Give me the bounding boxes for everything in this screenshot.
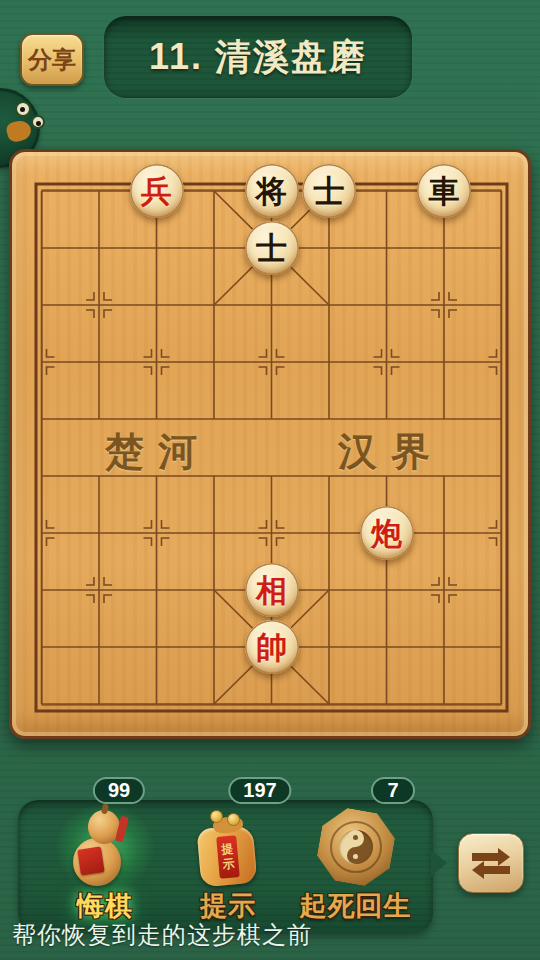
revive-button[interactable]: 起死回生: [288, 808, 423, 924]
hint-count-badge: 197: [228, 777, 291, 804]
revive-count-badge: 7: [371, 777, 415, 804]
piece-black-advisor[interactable]: 士: [302, 164, 356, 218]
level-title: 11. 清溪盘磨: [149, 33, 367, 82]
undo-count-badge: 99: [93, 777, 145, 804]
undo-button[interactable]: 悔棋: [45, 808, 165, 924]
river-label-chu: 楚河: [78, 425, 238, 479]
hint-button[interactable]: 提示 提示: [168, 808, 288, 924]
xiangqi-board[interactable]: 楚河 汉界 兵将士車士炮相帥: [9, 149, 531, 739]
taiji-medallion-icon: [316, 810, 396, 886]
piece-char: 帥: [256, 632, 287, 663]
share-button[interactable]: 分享: [20, 33, 84, 86]
level-title-panel: 11. 清溪盘磨: [104, 16, 412, 98]
avatar-eye-icon: [15, 101, 31, 117]
avatar-eye-icon: [31, 115, 45, 129]
piece-black-chariot[interactable]: 車: [417, 164, 471, 218]
piece-red-cannon[interactable]: 炮: [360, 506, 414, 560]
piece-red-soldier[interactable]: 兵: [130, 164, 184, 218]
piece-red-elephant[interactable]: 相: [245, 563, 299, 617]
hint-pouch-icon: 提示: [193, 810, 263, 888]
swap-arrows-icon: [472, 853, 498, 861]
tool-description: 帮你恢复到走的这步棋之前: [12, 919, 312, 951]
piece-black-general[interactable]: 将: [245, 164, 299, 218]
swap-arrows-icon: [484, 866, 510, 874]
piece-char: 兵: [141, 176, 172, 207]
piece-char: 士: [314, 176, 345, 207]
piece-char: 士: [256, 233, 287, 264]
app-screen: 分享 11. 清溪盘磨 楚河 汉界 兵将士車士炮相帥 99 197 7 悔棋: [0, 0, 540, 960]
piece-black-advisor[interactable]: 士: [245, 221, 299, 275]
piece-char: 炮: [371, 518, 402, 549]
piece-char: 将: [256, 176, 287, 207]
piece-char: 相: [256, 575, 287, 606]
swap-turn-button[interactable]: [458, 833, 524, 893]
avatar-body: [5, 118, 33, 144]
river-label-han: 汉界: [311, 425, 471, 479]
piece-char: 車: [429, 176, 460, 207]
gourd-icon: [60, 808, 150, 888]
piece-red-general[interactable]: 帥: [245, 620, 299, 674]
panel-pointer: [431, 850, 447, 876]
